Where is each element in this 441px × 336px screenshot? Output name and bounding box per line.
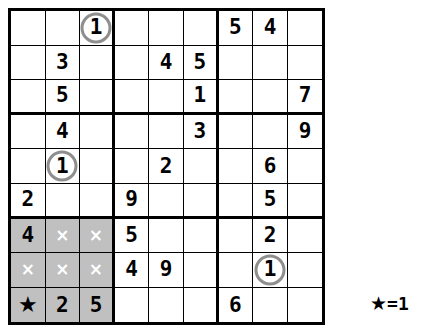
cell-r7c6[interactable] (184, 219, 219, 254)
cell-r7c1[interactable]: 4 (11, 219, 46, 254)
cell-r1c6[interactable] (184, 11, 219, 46)
cell-r4c4[interactable] (115, 115, 150, 150)
cell-r6c5[interactable] (149, 184, 184, 219)
digit: 5 (229, 17, 242, 38)
cell-r2c8[interactable] (253, 46, 288, 81)
cell-r6c1[interactable]: 2 (11, 184, 46, 219)
cell-r9c4[interactable] (115, 288, 150, 323)
cell-r6c9[interactable] (288, 184, 323, 219)
cell-r8c5[interactable]: 9 (149, 253, 184, 288)
cross-mark: × (21, 261, 35, 278)
cell-r7c8[interactable]: 2 (253, 219, 288, 254)
cell-r9c6[interactable] (184, 288, 219, 323)
cell-r2c5[interactable]: 4 (149, 46, 184, 81)
cell-r5c4[interactable] (115, 149, 150, 184)
cell-r5c1[interactable] (11, 149, 46, 184)
digit: 5 (90, 295, 103, 316)
cell-r4c1[interactable] (11, 115, 46, 150)
cell-r5c9[interactable] (288, 149, 323, 184)
digit: 2 (160, 156, 173, 177)
digit: 6 (264, 156, 277, 177)
cell-r5c8[interactable]: 6 (253, 149, 288, 184)
cell-r8c1[interactable]: × (11, 253, 46, 288)
cell-r9c9[interactable] (288, 288, 323, 323)
cell-r8c3[interactable]: × (80, 253, 115, 288)
cell-r5c6[interactable] (184, 149, 219, 184)
cell-r2c7[interactable] (219, 46, 254, 81)
digit: 1 (264, 259, 277, 280)
cell-r1c7[interactable]: 5 (219, 11, 254, 46)
star-icon: ★ (370, 292, 387, 314)
cross-mark: × (55, 261, 69, 278)
cell-r4c2[interactable]: 4 (46, 115, 81, 150)
cell-r2c9[interactable] (288, 46, 323, 81)
digit: 4 (21, 225, 34, 246)
cell-r3c6[interactable]: 1 (184, 80, 219, 115)
cell-r4c7[interactable] (219, 115, 254, 150)
cell-r4c9[interactable]: 9 (288, 115, 323, 150)
cell-r1c4[interactable] (115, 11, 150, 46)
cell-r8c6[interactable] (184, 253, 219, 288)
cell-r3c2[interactable]: 5 (46, 80, 81, 115)
cell-r2c6[interactable]: 5 (184, 46, 219, 81)
digit: 4 (56, 121, 69, 142)
digit: 7 (299, 85, 312, 106)
cell-r1c1[interactable] (11, 11, 46, 46)
cell-r2c1[interactable] (11, 46, 46, 81)
cell-r7c9[interactable] (288, 219, 323, 254)
cell-r9c8[interactable] (253, 288, 288, 323)
digit: 9 (160, 259, 173, 280)
cell-r5c5[interactable]: 2 (149, 149, 184, 184)
cell-r5c7[interactable] (219, 149, 254, 184)
cell-r3c5[interactable] (149, 80, 184, 115)
cell-r8c7[interactable] (219, 253, 254, 288)
cell-r9c5[interactable] (149, 288, 184, 323)
digit: 2 (56, 295, 69, 316)
digit: 2 (21, 189, 34, 210)
cell-r3c3[interactable] (80, 80, 115, 115)
cell-r1c3[interactable]: 1 (80, 11, 115, 46)
cell-r3c4[interactable] (115, 80, 150, 115)
cell-r1c2[interactable] (46, 11, 81, 46)
cell-r2c3[interactable] (80, 46, 115, 81)
cell-r2c4[interactable] (115, 46, 150, 81)
cell-r1c8[interactable]: 4 (253, 11, 288, 46)
digit: 2 (264, 225, 277, 246)
cell-r8c9[interactable] (288, 253, 323, 288)
cell-r3c7[interactable] (219, 80, 254, 115)
cell-r6c8[interactable]: 5 (253, 184, 288, 219)
cell-r5c3[interactable] (80, 149, 115, 184)
digit: 9 (125, 189, 138, 210)
digit: 1 (193, 85, 206, 106)
cell-r7c7[interactable] (219, 219, 254, 254)
digit: 3 (56, 52, 69, 73)
cell-r9c2[interactable]: 2 (46, 288, 81, 323)
cell-r6c7[interactable] (219, 184, 254, 219)
digit: 1 (56, 156, 69, 177)
legend-text: =1 (387, 293, 409, 314)
cell-r4c6[interactable]: 3 (184, 115, 219, 150)
digit: 4 (160, 52, 173, 73)
digit: 4 (264, 17, 277, 38)
cell-r1c5[interactable] (149, 11, 184, 46)
cell-r7c2[interactable]: × (46, 219, 81, 254)
cell-r9c1[interactable]: ★ (11, 288, 46, 323)
digit: 6 (229, 295, 242, 316)
cell-r4c8[interactable] (253, 115, 288, 150)
cell-r5c2[interactable]: 1 (46, 149, 81, 184)
cell-r6c2[interactable] (46, 184, 81, 219)
cell-r8c8[interactable]: 1 (253, 253, 288, 288)
cell-r3c9[interactable]: 7 (288, 80, 323, 115)
cell-r7c4[interactable]: 5 (115, 219, 150, 254)
cell-r8c2[interactable]: × (46, 253, 81, 288)
cell-r6c6[interactable] (184, 184, 219, 219)
digit: 5 (193, 52, 206, 73)
cell-r7c5[interactable] (149, 219, 184, 254)
sudoku-page: 1543455174391262954××52×××491★256 ★=1 (0, 0, 441, 336)
digit: 5 (264, 189, 277, 210)
cell-r8c4[interactable]: 4 (115, 253, 150, 288)
cell-r3c8[interactable] (253, 80, 288, 115)
digit: 1 (90, 17, 103, 38)
cell-r9c3[interactable]: 5 (80, 288, 115, 323)
digit: 4 (125, 259, 138, 280)
digit: 5 (125, 225, 138, 246)
cell-r3c1[interactable] (11, 80, 46, 115)
cross-mark: × (55, 227, 69, 244)
cell-r6c3[interactable] (80, 184, 115, 219)
digit: 9 (299, 121, 312, 142)
cell-r9c7[interactable]: 6 (219, 288, 254, 323)
sudoku-grid: 1543455174391262954××52×××491★256 (8, 8, 325, 325)
star-mark: ★ (18, 294, 38, 316)
cell-r2c2[interactable]: 3 (46, 46, 81, 81)
cell-r4c3[interactable] (80, 115, 115, 150)
cell-r1c9[interactable] (288, 11, 323, 46)
legend: ★=1 (370, 292, 409, 314)
cell-r7c3[interactable]: × (80, 219, 115, 254)
cell-r4c5[interactable] (149, 115, 184, 150)
cross-mark: × (89, 261, 103, 278)
cross-mark: × (89, 227, 103, 244)
digit: 3 (193, 121, 206, 142)
cell-r6c4[interactable]: 9 (115, 184, 150, 219)
digit: 5 (56, 85, 69, 106)
